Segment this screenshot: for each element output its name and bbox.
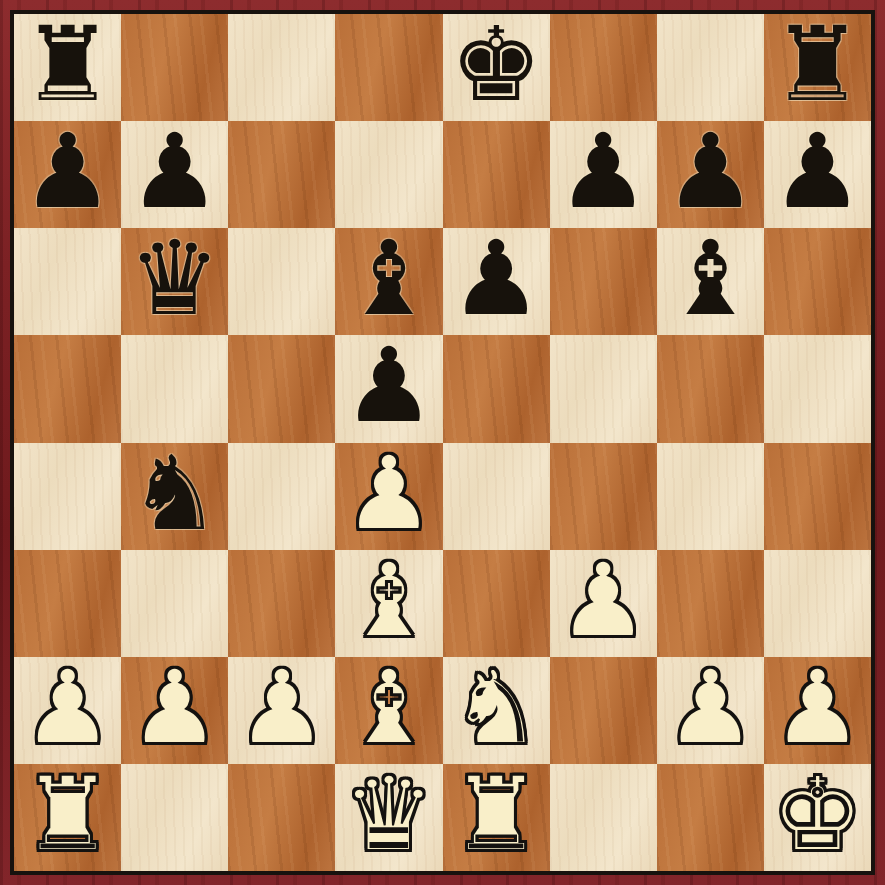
square-c7[interactable] [228, 121, 335, 228]
black-queen-b6[interactable]: ♛ [121, 228, 228, 335]
square-g7[interactable]: ♟ [657, 121, 764, 228]
square-g2[interactable]: ♟ [657, 657, 764, 764]
square-a2[interactable]: ♟ [14, 657, 121, 764]
black-king-e8[interactable]: ♚ [443, 14, 550, 121]
square-e7[interactable] [443, 121, 550, 228]
board-inner-border: ♜♚♜♟♟♟♟♟♛♝♟♝♟♞♟♝♟♟♟♟♝♞♟♟♜♛♜♚ [10, 10, 875, 875]
square-d3[interactable]: ♝ [335, 550, 442, 657]
square-f2[interactable] [550, 657, 657, 764]
square-g3[interactable] [657, 550, 764, 657]
black-knight-b4[interactable]: ♞ [121, 443, 228, 550]
square-f4[interactable] [550, 443, 657, 550]
square-b6[interactable]: ♛ [121, 228, 228, 335]
black-pawn-a7[interactable]: ♟ [14, 121, 121, 228]
square-h7[interactable]: ♟ [764, 121, 871, 228]
square-c4[interactable] [228, 443, 335, 550]
square-e1[interactable]: ♜ [443, 764, 550, 871]
white-pawn-h2[interactable]: ♟ [764, 657, 871, 764]
square-g1[interactable] [657, 764, 764, 871]
square-e2[interactable]: ♞ [443, 657, 550, 764]
white-pawn-f3[interactable]: ♟ [550, 550, 657, 657]
black-rook-a8[interactable]: ♜ [14, 14, 121, 121]
square-d4[interactable]: ♟ [335, 443, 442, 550]
square-f6[interactable] [550, 228, 657, 335]
square-b3[interactable] [121, 550, 228, 657]
square-e3[interactable] [443, 550, 550, 657]
square-c2[interactable]: ♟ [228, 657, 335, 764]
white-rook-e1[interactable]: ♜ [443, 764, 550, 871]
square-c5[interactable] [228, 335, 335, 442]
black-bishop-g6[interactable]: ♝ [657, 228, 764, 335]
board-frame: ♜♚♜♟♟♟♟♟♛♝♟♝♟♞♟♝♟♟♟♟♝♞♟♟♜♛♜♚ [0, 0, 885, 885]
black-pawn-e6[interactable]: ♟ [443, 228, 550, 335]
square-b5[interactable] [121, 335, 228, 442]
square-c3[interactable] [228, 550, 335, 657]
square-e5[interactable] [443, 335, 550, 442]
square-h5[interactable] [764, 335, 871, 442]
square-g6[interactable]: ♝ [657, 228, 764, 335]
square-h4[interactable] [764, 443, 871, 550]
square-c8[interactable] [228, 14, 335, 121]
square-a4[interactable] [14, 443, 121, 550]
square-a7[interactable]: ♟ [14, 121, 121, 228]
square-f1[interactable] [550, 764, 657, 871]
square-b1[interactable] [121, 764, 228, 871]
black-pawn-h7[interactable]: ♟ [764, 121, 871, 228]
square-d8[interactable] [335, 14, 442, 121]
white-pawn-a2[interactable]: ♟ [14, 657, 121, 764]
black-pawn-f7[interactable]: ♟ [550, 121, 657, 228]
square-d5[interactable]: ♟ [335, 335, 442, 442]
white-pawn-d4[interactable]: ♟ [335, 443, 442, 550]
black-rook-h8[interactable]: ♜ [764, 14, 871, 121]
black-pawn-b7[interactable]: ♟ [121, 121, 228, 228]
white-bishop-d3[interactable]: ♝ [335, 550, 442, 657]
square-e6[interactable]: ♟ [443, 228, 550, 335]
square-g5[interactable] [657, 335, 764, 442]
square-b2[interactable]: ♟ [121, 657, 228, 764]
square-b7[interactable]: ♟ [121, 121, 228, 228]
square-h2[interactable]: ♟ [764, 657, 871, 764]
square-f3[interactable]: ♟ [550, 550, 657, 657]
square-a1[interactable]: ♜ [14, 764, 121, 871]
square-h8[interactable]: ♜ [764, 14, 871, 121]
square-f7[interactable]: ♟ [550, 121, 657, 228]
square-f8[interactable] [550, 14, 657, 121]
square-a3[interactable] [14, 550, 121, 657]
white-queen-d1[interactable]: ♛ [335, 764, 442, 871]
square-h1[interactable]: ♚ [764, 764, 871, 871]
white-bishop-d2[interactable]: ♝ [335, 657, 442, 764]
square-c6[interactable] [228, 228, 335, 335]
black-bishop-d6[interactable]: ♝ [335, 228, 442, 335]
square-a8[interactable]: ♜ [14, 14, 121, 121]
square-h3[interactable] [764, 550, 871, 657]
square-f5[interactable] [550, 335, 657, 442]
square-b4[interactable]: ♞ [121, 443, 228, 550]
square-d7[interactable] [335, 121, 442, 228]
black-pawn-d5[interactable]: ♟ [335, 335, 442, 442]
white-pawn-c2[interactable]: ♟ [228, 657, 335, 764]
square-a6[interactable] [14, 228, 121, 335]
square-g8[interactable] [657, 14, 764, 121]
square-d1[interactable]: ♛ [335, 764, 442, 871]
square-d2[interactable]: ♝ [335, 657, 442, 764]
square-e4[interactable] [443, 443, 550, 550]
white-rook-a1[interactable]: ♜ [14, 764, 121, 871]
chess-board: ♜♚♜♟♟♟♟♟♛♝♟♝♟♞♟♝♟♟♟♟♝♞♟♟♜♛♜♚ [14, 14, 871, 871]
square-a5[interactable] [14, 335, 121, 442]
square-b8[interactable] [121, 14, 228, 121]
square-g4[interactable] [657, 443, 764, 550]
square-e8[interactable]: ♚ [443, 14, 550, 121]
white-king-h1[interactable]: ♚ [764, 764, 871, 871]
white-pawn-b2[interactable]: ♟ [121, 657, 228, 764]
square-d6[interactable]: ♝ [335, 228, 442, 335]
white-knight-e2[interactable]: ♞ [443, 657, 550, 764]
square-c1[interactable] [228, 764, 335, 871]
white-pawn-g2[interactable]: ♟ [657, 657, 764, 764]
square-h6[interactable] [764, 228, 871, 335]
black-pawn-g7[interactable]: ♟ [657, 121, 764, 228]
